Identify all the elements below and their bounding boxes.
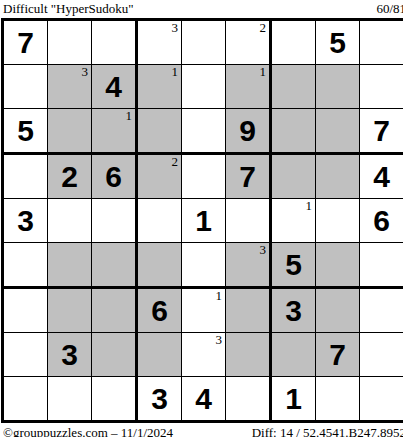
cell-r4c1[interactable]	[4, 155, 47, 198]
box-9: 371	[272, 289, 403, 420]
pencil-mark: 1	[306, 199, 313, 213]
pencil-mark: 3	[216, 333, 223, 347]
cell-r4c8[interactable]	[316, 155, 359, 198]
cell-r1c1[interactable]: 7	[4, 21, 47, 64]
given-digit: 1	[285, 384, 302, 414]
cell-r9c2[interactable]	[48, 377, 91, 420]
cell-r8c2[interactable]: 3	[48, 333, 91, 376]
cell-r7c3[interactable]	[92, 289, 135, 332]
cell-r2c4[interactable]: 1	[138, 65, 181, 108]
cell-r6c8[interactable]	[316, 243, 359, 286]
given-digit: 7	[239, 162, 256, 192]
header: Difficult "HyperSudoku" 60/81	[1, 1, 403, 18]
cell-r8c7[interactable]	[272, 333, 315, 376]
box-3: 57	[272, 21, 403, 152]
footer: ©grouppuzzles.com – 11/1/2024 Diff: 14 /…	[1, 423, 403, 437]
cell-r3c2[interactable]	[48, 109, 91, 152]
cell-r9c3[interactable]	[92, 377, 135, 420]
cell-r3c1[interactable]: 5	[4, 109, 47, 152]
cell-r8c3[interactable]	[92, 333, 135, 376]
cell-r1c7[interactable]	[272, 21, 315, 64]
box-2: 32119	[138, 21, 269, 152]
box-5: 2713	[138, 155, 269, 286]
box-1: 73451	[4, 21, 135, 152]
cell-r2c1[interactable]	[4, 65, 47, 108]
box-6: 4165	[272, 155, 403, 286]
cell-r5c5[interactable]: 1	[182, 199, 225, 242]
cell-r5c8[interactable]	[316, 199, 359, 242]
given-digit: 4	[105, 72, 122, 102]
cells-remaining-counter: 60/81	[376, 1, 403, 17]
given-digit: 4	[195, 384, 212, 414]
cell-r5c7[interactable]: 1	[272, 199, 315, 242]
pencil-mark: 1	[126, 109, 133, 123]
cell-r4c7[interactable]	[272, 155, 315, 198]
given-digit: 5	[285, 250, 302, 280]
cell-r4c9[interactable]: 4	[360, 155, 403, 198]
pencil-mark: 1	[260, 65, 267, 79]
cell-r2c7[interactable]	[272, 65, 315, 108]
given-digit: 7	[17, 28, 34, 58]
cell-r8c9[interactable]	[360, 333, 403, 376]
cell-r8c4[interactable]	[138, 333, 181, 376]
cell-r2c3[interactable]: 4	[92, 65, 135, 108]
cell-r6c4[interactable]	[138, 243, 181, 286]
sudoku-board: 73451321195726327134165361334371	[1, 18, 403, 423]
cell-r9c7[interactable]: 1	[272, 377, 315, 420]
cell-r9c1[interactable]	[4, 377, 47, 420]
cell-r2c6[interactable]: 1	[226, 65, 269, 108]
cell-r8c5[interactable]: 3	[182, 333, 225, 376]
cell-r9c8[interactable]	[316, 377, 359, 420]
given-digit: 2	[61, 162, 78, 192]
cell-r4c5[interactable]	[182, 155, 225, 198]
box-8: 61334	[138, 289, 269, 420]
cell-r6c1[interactable]	[4, 243, 47, 286]
cell-r5c3[interactable]	[92, 199, 135, 242]
given-digit: 7	[329, 340, 346, 370]
cell-r1c4[interactable]: 3	[138, 21, 181, 64]
cell-r2c2[interactable]: 3	[48, 65, 91, 108]
given-digit: 4	[373, 162, 390, 192]
pencil-mark: 3	[172, 21, 179, 35]
cell-r6c7[interactable]: 5	[272, 243, 315, 286]
pencil-mark: 2	[260, 21, 267, 35]
pencil-mark: 2	[172, 155, 179, 169]
given-digit: 3	[61, 340, 78, 370]
cell-r4c6[interactable]: 7	[226, 155, 269, 198]
cell-r4c2[interactable]: 2	[48, 155, 91, 198]
cell-r6c6[interactable]: 3	[226, 243, 269, 286]
puzzle-page: Difficult "HyperSudoku" 60/81 7345132119…	[0, 0, 403, 437]
cell-r9c9[interactable]	[360, 377, 403, 420]
pencil-mark: 3	[260, 243, 267, 257]
cell-r3c6[interactable]: 9	[226, 109, 269, 152]
cell-r3c5[interactable]	[182, 109, 225, 152]
cell-r4c3[interactable]: 6	[92, 155, 135, 198]
cell-r9c4[interactable]: 3	[138, 377, 181, 420]
cell-r3c7[interactable]	[272, 109, 315, 152]
cell-r7c7[interactable]: 3	[272, 289, 315, 332]
pencil-mark: 1	[216, 289, 223, 303]
cell-r7c6[interactable]	[226, 289, 269, 332]
cell-r6c3[interactable]	[92, 243, 135, 286]
given-digit: 6	[373, 206, 390, 236]
cell-r1c6[interactable]: 2	[226, 21, 269, 64]
given-digit: 3	[151, 384, 168, 414]
cell-r3c8[interactable]	[316, 109, 359, 152]
given-digit: 5	[17, 116, 34, 146]
cell-r3c9[interactable]: 7	[360, 109, 403, 152]
given-digit: 3	[17, 206, 34, 236]
given-digit: 9	[239, 116, 256, 146]
cell-r9c6[interactable]	[226, 377, 269, 420]
cell-r1c3[interactable]	[92, 21, 135, 64]
given-digit: 7	[373, 116, 390, 146]
difficulty-id-text: Diff: 14 / 52.4541.B247.8952	[252, 425, 403, 437]
cell-r1c5[interactable]	[182, 21, 225, 64]
cell-r3c3[interactable]: 1	[92, 109, 135, 152]
cell-r2c5[interactable]	[182, 65, 225, 108]
box-7: 3	[4, 289, 135, 420]
cell-r5c9[interactable]: 6	[360, 199, 403, 242]
cell-r1c8[interactable]: 5	[316, 21, 359, 64]
cell-r7c1[interactable]	[4, 289, 47, 332]
given-digit: 6	[105, 162, 122, 192]
cell-r6c9[interactable]	[360, 243, 403, 286]
copyright-date-text: ©grouppuzzles.com – 11/1/2024	[3, 425, 173, 437]
cell-r7c5[interactable]: 1	[182, 289, 225, 332]
cell-r2c9[interactable]	[360, 65, 403, 108]
pencil-mark: 1	[172, 65, 179, 79]
cell-r6c2[interactable]	[48, 243, 91, 286]
given-digit: 1	[195, 206, 212, 236]
cell-r8c6[interactable]	[226, 333, 269, 376]
cell-r7c8[interactable]	[316, 289, 359, 332]
cell-r4c4[interactable]: 2	[138, 155, 181, 198]
cell-r1c9[interactable]	[360, 21, 403, 64]
cell-r1c2[interactable]	[48, 21, 91, 64]
cell-r8c1[interactable]	[4, 333, 47, 376]
cell-r7c2[interactable]	[48, 289, 91, 332]
cell-r6c5[interactable]	[182, 243, 225, 286]
cell-r5c4[interactable]	[138, 199, 181, 242]
cell-r7c4[interactable]: 6	[138, 289, 181, 332]
cell-r2c8[interactable]	[316, 65, 359, 108]
given-digit: 3	[285, 296, 302, 326]
given-digit: 6	[151, 296, 168, 326]
given-digit: 5	[329, 28, 346, 58]
box-4: 263	[4, 155, 135, 286]
cell-r3c4[interactable]	[138, 109, 181, 152]
cell-r5c1[interactable]: 3	[4, 199, 47, 242]
pencil-mark: 3	[82, 65, 89, 79]
cell-r8c8[interactable]: 7	[316, 333, 359, 376]
puzzle-title: Difficult "HyperSudoku"	[3, 1, 134, 17]
cell-r5c2[interactable]	[48, 199, 91, 242]
cell-r7c9[interactable]	[360, 289, 403, 332]
cell-r5c6[interactable]	[226, 199, 269, 242]
cell-r9c5[interactable]: 4	[182, 377, 225, 420]
